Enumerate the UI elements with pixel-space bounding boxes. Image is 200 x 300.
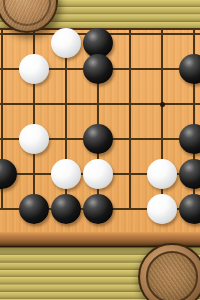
white-stone [51,159,81,189]
grid-line-vertical [129,30,130,210]
black-stone [51,194,81,224]
white-stone [147,194,177,224]
white-stone [51,28,81,58]
star-point [160,102,165,107]
white-stone [19,124,49,154]
white-stone [19,54,49,84]
black-stone [19,194,49,224]
white-stone [147,159,177,189]
grid-line-horizontal [0,103,200,104]
black-stone [83,54,113,84]
go-app-screen [0,0,200,300]
black-stone [83,194,113,224]
white-stone [83,159,113,189]
black-stone [83,124,113,154]
